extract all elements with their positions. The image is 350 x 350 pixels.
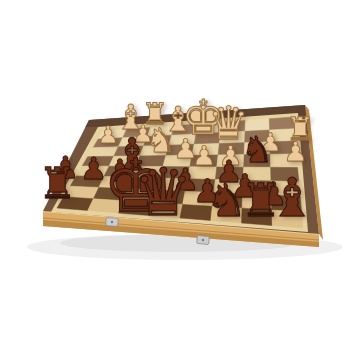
square-e8	[196, 122, 222, 134]
square-g8	[245, 119, 269, 132]
square-b2	[93, 187, 127, 200]
square-c7	[144, 135, 172, 146]
square-d6	[166, 144, 194, 155]
square-f1	[211, 206, 242, 223]
square-a2	[64, 186, 99, 199]
square-g1	[242, 208, 273, 225]
square-b6	[114, 146, 144, 156]
square-g3	[243, 180, 272, 195]
square-e3	[185, 179, 215, 193]
square-f2	[212, 193, 242, 209]
square-e6	[192, 143, 219, 155]
square-a1	[57, 197, 93, 211]
square-d8	[172, 124, 198, 135]
square-e1	[180, 204, 212, 220]
square-a5	[82, 156, 114, 166]
square-f6	[218, 143, 245, 155]
square-g7	[245, 130, 270, 143]
square-b8	[123, 128, 151, 138]
square-a3	[70, 176, 104, 188]
square-b5	[109, 156, 140, 166]
square-e7	[194, 133, 220, 145]
square-d4	[160, 167, 190, 179]
square-e5	[190, 155, 218, 167]
square-g6	[244, 142, 270, 155]
square-f7	[219, 131, 245, 143]
square-d1	[149, 203, 182, 218]
square-b4	[104, 166, 136, 177]
square-e4	[188, 167, 217, 180]
square-h3	[271, 181, 300, 197]
chess-set-photo: ♝♜♝♚♛♜♟♟♞♟♟♟♟♟♞♝♟♟♟♟♟♜♟♟♟♚♛♞♜♝	[0, 0, 350, 350]
square-h1	[272, 210, 303, 228]
square-b7	[118, 137, 147, 147]
square-c2	[123, 189, 156, 203]
square-f8	[221, 121, 246, 133]
square-h6	[270, 141, 296, 154]
square-f4	[215, 167, 243, 180]
square-c1	[119, 201, 153, 216]
square-f3	[214, 180, 243, 194]
square-c4	[132, 166, 163, 178]
square-c5	[136, 156, 166, 167]
square-e2	[183, 191, 214, 206]
square-g5	[244, 154, 271, 167]
square-b3	[99, 177, 132, 189]
square-c8	[147, 126, 174, 137]
square-c3	[128, 177, 160, 190]
clasp-1	[106, 218, 119, 227]
square-b1	[88, 199, 123, 213]
square-d7	[169, 134, 196, 145]
square-d2	[153, 190, 185, 204]
square-h4	[271, 167, 299, 181]
square-h2	[271, 195, 301, 212]
square-d5	[163, 155, 192, 166]
clasp-2	[197, 235, 210, 244]
square-f5	[217, 155, 244, 168]
square-d3	[156, 178, 187, 191]
square-h5	[270, 154, 297, 168]
square-c6	[140, 145, 169, 156]
square-h7	[270, 129, 296, 142]
square-g4	[243, 167, 271, 181]
square-a4	[76, 166, 109, 177]
board-photo	[0, 0, 350, 350]
square-h8	[269, 117, 294, 130]
square-g2	[242, 194, 272, 210]
